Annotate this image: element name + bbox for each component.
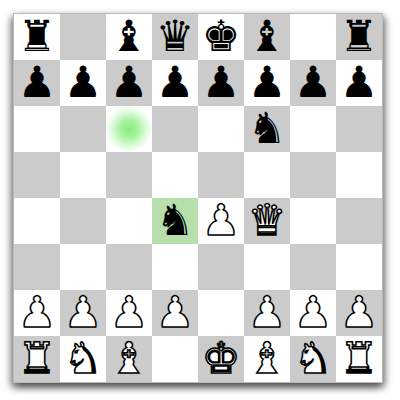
piece-white-bishop[interactable]: ♝ [110, 337, 149, 380]
square-a7[interactable]: ♟ [14, 60, 60, 106]
square-e1[interactable]: ♚ [198, 336, 244, 382]
piece-black-rook[interactable]: ♜ [18, 15, 57, 58]
square-f8[interactable]: ♝ [244, 14, 290, 60]
square-e2[interactable] [198, 290, 244, 336]
piece-white-pawn[interactable]: ♟ [340, 291, 379, 334]
piece-black-bishop[interactable]: ♝ [110, 15, 149, 58]
piece-white-pawn[interactable]: ♟ [248, 291, 287, 334]
piece-black-pawn[interactable]: ♟ [294, 61, 333, 104]
square-f2[interactable]: ♟ [244, 290, 290, 336]
piece-black-queen[interactable]: ♛ [156, 15, 195, 58]
chess-board: ♜♝♛♚♝♜♟♟♟♟♟♟♟♟♞♞♟♛♟♟♟♟♟♟♟♜♞♝♚♝♞♜ [13, 13, 383, 383]
square-b5[interactable] [60, 152, 106, 198]
square-g3[interactable] [290, 244, 336, 290]
piece-black-pawn[interactable]: ♟ [156, 61, 195, 104]
square-b6[interactable] [60, 106, 106, 152]
piece-black-pawn[interactable]: ♟ [18, 61, 57, 104]
square-e3[interactable] [198, 244, 244, 290]
square-f5[interactable] [244, 152, 290, 198]
square-e4[interactable]: ♟ [198, 198, 244, 244]
piece-black-pawn[interactable]: ♟ [340, 61, 379, 104]
square-c1[interactable]: ♝ [106, 336, 152, 382]
square-h6[interactable] [336, 106, 382, 152]
square-h1[interactable]: ♜ [336, 336, 382, 382]
square-g6[interactable] [290, 106, 336, 152]
piece-black-pawn[interactable]: ♟ [110, 61, 149, 104]
square-h3[interactable] [336, 244, 382, 290]
piece-black-rook[interactable]: ♜ [340, 15, 379, 58]
piece-black-king[interactable]: ♚ [202, 15, 241, 58]
square-d7[interactable]: ♟ [152, 60, 198, 106]
square-d2[interactable]: ♟ [152, 290, 198, 336]
square-f3[interactable] [244, 244, 290, 290]
square-d8[interactable]: ♛ [152, 14, 198, 60]
piece-white-rook[interactable]: ♜ [18, 337, 57, 380]
square-b4[interactable] [60, 198, 106, 244]
square-c5[interactable] [106, 152, 152, 198]
square-f4[interactable]: ♛ [244, 198, 290, 244]
square-f1[interactable]: ♝ [244, 336, 290, 382]
square-g5[interactable] [290, 152, 336, 198]
piece-black-pawn[interactable]: ♟ [64, 61, 103, 104]
square-h4[interactable] [336, 198, 382, 244]
square-d5[interactable] [152, 152, 198, 198]
square-h7[interactable]: ♟ [336, 60, 382, 106]
piece-black-knight[interactable]: ♞ [248, 107, 287, 150]
square-a8[interactable]: ♜ [14, 14, 60, 60]
page-background: ♜♝♛♚♝♜♟♟♟♟♟♟♟♟♞♞♟♛♟♟♟♟♟♟♟♜♞♝♚♝♞♜ [0, 0, 400, 400]
square-c3[interactable] [106, 244, 152, 290]
piece-black-knight[interactable]: ♞ [156, 199, 195, 242]
square-g8[interactable] [290, 14, 336, 60]
square-e6[interactable] [198, 106, 244, 152]
square-g2[interactable]: ♟ [290, 290, 336, 336]
square-b3[interactable] [60, 244, 106, 290]
square-e8[interactable]: ♚ [198, 14, 244, 60]
piece-white-knight[interactable]: ♞ [294, 337, 333, 380]
square-a6[interactable] [14, 106, 60, 152]
square-e5[interactable] [198, 152, 244, 198]
square-d1[interactable] [152, 336, 198, 382]
square-a3[interactable] [14, 244, 60, 290]
piece-white-pawn[interactable]: ♟ [64, 291, 103, 334]
piece-white-pawn[interactable]: ♟ [202, 199, 241, 242]
square-d6[interactable] [152, 106, 198, 152]
square-g7[interactable]: ♟ [290, 60, 336, 106]
piece-white-king[interactable]: ♚ [202, 337, 241, 380]
piece-black-pawn[interactable]: ♟ [248, 61, 287, 104]
piece-black-bishop[interactable]: ♝ [248, 15, 287, 58]
square-b7[interactable]: ♟ [60, 60, 106, 106]
square-h5[interactable] [336, 152, 382, 198]
square-a1[interactable]: ♜ [14, 336, 60, 382]
piece-white-knight[interactable]: ♞ [64, 337, 103, 380]
square-c7[interactable]: ♟ [106, 60, 152, 106]
piece-white-pawn[interactable]: ♟ [156, 291, 195, 334]
square-c2[interactable]: ♟ [106, 290, 152, 336]
piece-white-bishop[interactable]: ♝ [248, 337, 287, 380]
square-d4[interactable]: ♞ [152, 198, 198, 244]
piece-white-pawn[interactable]: ♟ [18, 291, 57, 334]
square-f6[interactable]: ♞ [244, 106, 290, 152]
square-c4[interactable] [106, 198, 152, 244]
square-a2[interactable]: ♟ [14, 290, 60, 336]
square-f7[interactable]: ♟ [244, 60, 290, 106]
square-b1[interactable]: ♞ [60, 336, 106, 382]
square-b2[interactable]: ♟ [60, 290, 106, 336]
square-e7[interactable]: ♟ [198, 60, 244, 106]
piece-white-rook[interactable]: ♜ [340, 337, 379, 380]
square-c8[interactable]: ♝ [106, 14, 152, 60]
square-h8[interactable]: ♜ [336, 14, 382, 60]
piece-white-queen[interactable]: ♛ [248, 199, 287, 242]
piece-white-pawn[interactable]: ♟ [294, 291, 333, 334]
square-g1[interactable]: ♞ [290, 336, 336, 382]
square-d3[interactable] [152, 244, 198, 290]
square-c6[interactable] [106, 106, 152, 152]
piece-black-pawn[interactable]: ♟ [202, 61, 241, 104]
square-a4[interactable] [14, 198, 60, 244]
square-a5[interactable] [14, 152, 60, 198]
piece-white-pawn[interactable]: ♟ [110, 291, 149, 334]
square-h2[interactable]: ♟ [336, 290, 382, 336]
square-b8[interactable] [60, 14, 106, 60]
square-g4[interactable] [290, 198, 336, 244]
